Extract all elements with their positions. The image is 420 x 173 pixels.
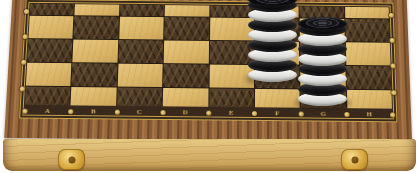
checker-stack-right[interactable] bbox=[298, 22, 347, 106]
checker-top-face bbox=[248, 0, 297, 6]
folding-chess-box-photo: ABCDEFGH bbox=[0, 0, 420, 173]
square-e1[interactable] bbox=[209, 88, 254, 107]
bead-icon bbox=[391, 64, 396, 69]
square-c2[interactable] bbox=[117, 64, 162, 87]
file-label-a: A bbox=[24, 106, 70, 117]
box-lid-top-face: ABCDEFGH bbox=[4, 0, 412, 142]
square-c4[interactable] bbox=[119, 17, 164, 40]
bead-icon bbox=[391, 90, 396, 95]
checker-stack-left[interactable] bbox=[248, 0, 297, 82]
bead-icon bbox=[206, 111, 211, 116]
file-label-b: B bbox=[70, 106, 116, 117]
box-front-panel bbox=[3, 139, 416, 171]
square-b3[interactable] bbox=[73, 40, 118, 63]
square-d1[interactable] bbox=[163, 88, 208, 107]
file-label-h: H bbox=[346, 109, 392, 120]
square-d4[interactable] bbox=[164, 17, 209, 40]
square-h5[interactable] bbox=[345, 7, 389, 19]
bead-icon bbox=[389, 13, 394, 18]
checker-top-face bbox=[298, 17, 347, 30]
square-a3[interactable] bbox=[27, 39, 73, 62]
bead-icon bbox=[21, 60, 26, 65]
file-label-f: F bbox=[254, 108, 300, 119]
square-b5[interactable] bbox=[75, 4, 119, 16]
square-h1[interactable] bbox=[347, 90, 392, 109]
bead-icon bbox=[344, 112, 349, 117]
square-d5[interactable] bbox=[165, 5, 209, 17]
bead-icon bbox=[390, 113, 395, 118]
file-label-g: G bbox=[300, 109, 346, 120]
square-b4[interactable] bbox=[74, 16, 119, 39]
square-h3[interactable] bbox=[345, 42, 390, 65]
square-h4[interactable] bbox=[345, 19, 390, 42]
square-b2[interactable] bbox=[72, 63, 118, 86]
file-label-e: E bbox=[208, 108, 254, 119]
bead-icon bbox=[114, 110, 119, 115]
square-d3[interactable] bbox=[164, 40, 209, 63]
bead-icon bbox=[20, 86, 25, 91]
file-label-d: D bbox=[162, 107, 208, 118]
file-label-c: C bbox=[116, 107, 162, 118]
square-c5[interactable] bbox=[120, 5, 164, 17]
bead-icon bbox=[390, 38, 395, 43]
brass-clasp-left-icon bbox=[58, 149, 85, 170]
checker-black[interactable] bbox=[298, 22, 347, 36]
square-c1[interactable] bbox=[117, 88, 162, 107]
square-a5[interactable] bbox=[30, 4, 75, 16]
square-f1[interactable] bbox=[255, 89, 300, 108]
bead-icon bbox=[298, 112, 303, 117]
square-a2[interactable] bbox=[26, 63, 72, 86]
square-h2[interactable] bbox=[346, 66, 391, 89]
bead-icon bbox=[160, 110, 165, 115]
square-c3[interactable] bbox=[118, 40, 163, 63]
square-a4[interactable] bbox=[29, 16, 74, 39]
gold-bead-ornaments bbox=[27, 0, 393, 4]
brass-clasp-right-icon bbox=[341, 149, 368, 170]
bead-icon bbox=[24, 9, 29, 14]
square-d2[interactable] bbox=[163, 64, 208, 87]
square-b1[interactable] bbox=[71, 87, 117, 106]
square-a1[interactable] bbox=[25, 87, 71, 106]
bead-icon bbox=[23, 35, 28, 40]
